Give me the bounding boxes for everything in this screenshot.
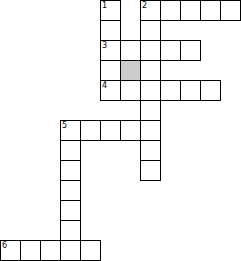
crossword-cell[interactable] bbox=[180, 40, 201, 61]
clue-number: 3 bbox=[102, 41, 107, 50]
crossword-cell[interactable] bbox=[120, 40, 141, 61]
crossword-cell-shaded[interactable] bbox=[120, 60, 141, 81]
crossword-cell[interactable] bbox=[60, 140, 81, 161]
clue-number: 5 bbox=[62, 121, 67, 130]
crossword-cell[interactable] bbox=[180, 80, 201, 101]
crossword-cell[interactable] bbox=[140, 60, 161, 81]
crossword-cell[interactable]: 3 bbox=[100, 40, 121, 61]
crossword-cell[interactable] bbox=[100, 20, 121, 41]
crossword-cell[interactable] bbox=[140, 120, 161, 141]
crossword-cell[interactable] bbox=[60, 240, 81, 261]
crossword-cell[interactable] bbox=[40, 240, 61, 261]
crossword-cell[interactable] bbox=[140, 160, 161, 181]
clue-number: 6 bbox=[2, 241, 7, 250]
crossword-cell[interactable] bbox=[80, 120, 101, 141]
crossword-cell[interactable]: 1 bbox=[100, 0, 121, 21]
crossword-cell[interactable] bbox=[100, 120, 121, 141]
crossword-cell[interactable] bbox=[160, 40, 181, 61]
crossword-cell[interactable] bbox=[160, 0, 181, 21]
crossword-cell[interactable] bbox=[100, 60, 121, 81]
crossword-cell[interactable] bbox=[80, 240, 101, 261]
crossword-cell[interactable] bbox=[120, 120, 141, 141]
crossword-cell[interactable] bbox=[20, 240, 41, 261]
crossword-cell[interactable] bbox=[60, 160, 81, 181]
crossword-cell[interactable]: 5 bbox=[60, 120, 81, 141]
crossword-cell[interactable] bbox=[160, 80, 181, 101]
crossword-cell[interactable] bbox=[140, 100, 161, 121]
crossword-cell[interactable]: 4 bbox=[100, 80, 121, 101]
crossword-cell[interactable] bbox=[180, 0, 201, 21]
clue-number: 2 bbox=[142, 1, 147, 10]
clue-number: 1 bbox=[102, 1, 107, 10]
crossword-cell[interactable] bbox=[60, 200, 81, 221]
crossword-cell[interactable] bbox=[120, 80, 141, 101]
crossword-grid: 123456 bbox=[0, 0, 241, 261]
crossword-cell[interactable] bbox=[140, 80, 161, 101]
crossword-cell[interactable] bbox=[60, 220, 81, 241]
crossword-cell[interactable]: 2 bbox=[140, 0, 161, 21]
crossword-cell[interactable] bbox=[140, 140, 161, 161]
crossword-cell[interactable] bbox=[60, 180, 81, 201]
crossword-cell[interactable] bbox=[220, 0, 241, 21]
crossword-cell[interactable] bbox=[200, 80, 221, 101]
crossword-cell[interactable] bbox=[140, 40, 161, 61]
crossword-cell[interactable] bbox=[140, 20, 161, 41]
crossword-cell[interactable] bbox=[200, 0, 221, 21]
crossword-cell[interactable]: 6 bbox=[0, 240, 21, 261]
clue-number: 4 bbox=[102, 81, 107, 90]
